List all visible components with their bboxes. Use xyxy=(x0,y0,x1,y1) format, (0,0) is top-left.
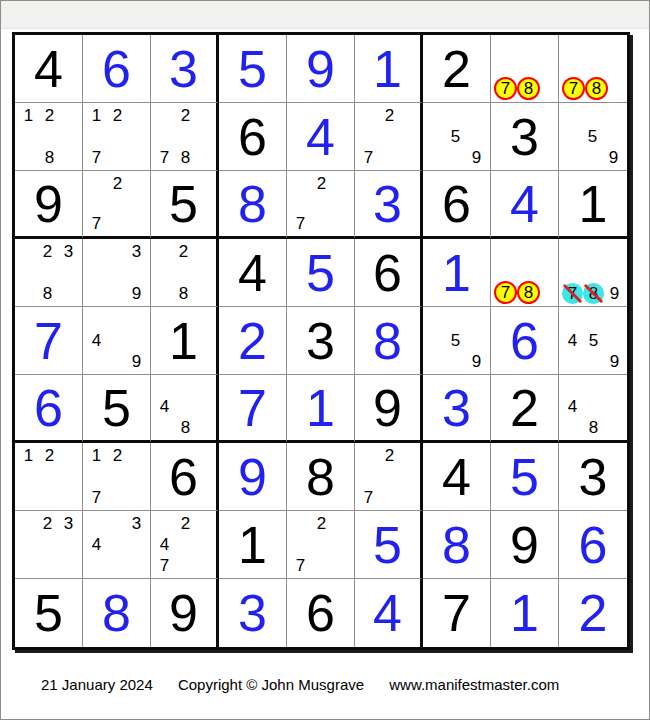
solved-digit: 1 xyxy=(423,239,490,306)
candidate-5: 5 xyxy=(582,126,603,147)
candidate-7-circled: 7 xyxy=(494,77,517,100)
cell-r6c9[interactable]: 48 xyxy=(559,375,627,443)
candidate-3: 3 xyxy=(126,513,147,534)
cell-r1c3[interactable]: 3 xyxy=(151,35,219,103)
candidate-8-circled: 8 xyxy=(517,77,540,100)
cell-r2c3[interactable]: 278 xyxy=(151,103,219,171)
cell-r6c8[interactable]: 2 xyxy=(491,375,559,443)
solved-digit: 3 xyxy=(219,579,286,647)
cell-r1c6[interactable]: 1 xyxy=(355,35,423,103)
cell-r1c2[interactable]: 6 xyxy=(83,35,151,103)
solved-digit: 3 xyxy=(151,35,216,102)
candidate-7: 7 xyxy=(358,487,379,508)
cell-r6c5[interactable]: 1 xyxy=(287,375,355,443)
given-digit: 4 xyxy=(15,35,82,102)
candidate-3: 3 xyxy=(126,241,147,262)
candidate-4: 4 xyxy=(562,396,583,417)
solved-digit: 5 xyxy=(491,443,558,510)
candidate-grid: 78 xyxy=(491,35,558,102)
candidate-grid: 27 xyxy=(287,511,354,578)
cell-r4c1[interactable]: 238 xyxy=(15,239,83,307)
candidate-8: 8 xyxy=(173,283,194,304)
candidate-grid: 23 xyxy=(15,511,82,578)
cell-r4c4[interactable]: 4 xyxy=(219,239,287,307)
cell-r4c7[interactable]: 1 xyxy=(423,239,491,307)
cell-r9c2[interactable]: 8 xyxy=(83,579,151,647)
cell-r5c6[interactable]: 8 xyxy=(355,307,423,375)
cell-r7c5[interactable]: 8 xyxy=(287,443,355,511)
candidate-grid: 789 xyxy=(559,239,627,306)
candidate-2: 2 xyxy=(379,105,400,126)
candidate-3: 3 xyxy=(58,513,79,534)
cell-r7c1[interactable]: 12 xyxy=(15,443,83,511)
footer-copyright: Copyright © John Musgrave xyxy=(178,676,364,693)
cell-r7c6[interactable]: 27 xyxy=(355,443,423,511)
candidate-7: 7 xyxy=(86,213,107,234)
given-digit: 9 xyxy=(151,579,216,647)
candidate-8: 8 xyxy=(175,147,196,168)
cell-r5c9[interactable]: 459 xyxy=(559,307,627,375)
cell-r8c3[interactable]: 247 xyxy=(151,511,219,579)
cell-r3c7[interactable]: 6 xyxy=(423,171,491,239)
solved-digit: 4 xyxy=(355,579,420,647)
solved-digit: 1 xyxy=(355,35,420,102)
candidate-grid: 48 xyxy=(559,375,627,440)
candidate-2: 2 xyxy=(37,513,58,534)
candidate-9: 9 xyxy=(604,351,625,372)
candidate-grid: 59 xyxy=(423,103,490,170)
candidate-2: 2 xyxy=(39,105,60,126)
candidate-7: 7 xyxy=(290,555,311,576)
candidate-9: 9 xyxy=(126,351,147,372)
cell-r6c4[interactable]: 7 xyxy=(219,375,287,443)
candidate-4: 4 xyxy=(154,534,175,555)
given-digit: 1 xyxy=(559,171,627,236)
cell-r3c4[interactable]: 8 xyxy=(219,171,287,239)
candidate-1: 1 xyxy=(86,445,107,466)
candidate-grid: 127 xyxy=(83,103,150,170)
cell-r3c9[interactable]: 1 xyxy=(559,171,627,239)
candidate-8-circled: 8 xyxy=(517,281,540,304)
candidate-1: 1 xyxy=(18,105,39,126)
given-digit: 4 xyxy=(219,239,286,306)
solved-digit: 4 xyxy=(287,103,354,170)
solved-digit: 2 xyxy=(559,579,627,647)
given-digit: 7 xyxy=(423,579,490,647)
candidate-2: 2 xyxy=(173,241,194,262)
candidate-grid: 28 xyxy=(151,239,216,306)
solved-digit: 8 xyxy=(219,171,286,236)
candidate-2: 2 xyxy=(107,445,128,466)
solved-digit: 9 xyxy=(287,35,354,102)
cell-r9c9[interactable]: 2 xyxy=(559,579,627,647)
solved-digit: 7 xyxy=(219,375,286,440)
cell-r7c8[interactable]: 5 xyxy=(491,443,559,511)
candidate-grid: 12 xyxy=(15,443,82,510)
cell-r9c5[interactable]: 6 xyxy=(287,579,355,647)
cell-r6c1[interactable]: 6 xyxy=(15,375,83,443)
candidate-7-eliminated: 7 xyxy=(562,283,583,304)
cell-r3c1[interactable]: 9 xyxy=(15,171,83,239)
cell-r8c7[interactable]: 8 xyxy=(423,511,491,579)
given-digit: 5 xyxy=(151,171,216,236)
cell-r6c7[interactable]: 3 xyxy=(423,375,491,443)
candidate-2: 2 xyxy=(311,513,332,534)
cell-r4c2[interactable]: 39 xyxy=(83,239,151,307)
given-digit: 5 xyxy=(83,375,150,440)
cell-r5c1[interactable]: 7 xyxy=(15,307,83,375)
cell-r8c5[interactable]: 27 xyxy=(287,511,355,579)
cell-r8c4[interactable]: 1 xyxy=(219,511,287,579)
cell-r5c7[interactable]: 59 xyxy=(423,307,491,375)
cell-r4c9[interactable]: 789 xyxy=(559,239,627,307)
candidate-4: 4 xyxy=(154,396,175,417)
candidate-8-circled: 8 xyxy=(585,77,608,100)
cell-r3c6[interactable]: 3 xyxy=(355,171,423,239)
cell-r9c8[interactable]: 1 xyxy=(491,579,559,647)
given-digit: 9 xyxy=(15,171,82,236)
given-digit: 6 xyxy=(355,239,420,306)
solved-digit: 8 xyxy=(355,307,420,374)
cell-r1c4[interactable]: 5 xyxy=(219,35,287,103)
given-digit: 6 xyxy=(219,103,286,170)
given-digit: 4 xyxy=(423,443,490,510)
cell-r6c6[interactable]: 9 xyxy=(355,375,423,443)
cell-r8c9[interactable]: 6 xyxy=(559,511,627,579)
candidate-grid: 59 xyxy=(559,103,627,170)
cell-r4c8[interactable]: 78 xyxy=(491,239,559,307)
candidate-grid: 48 xyxy=(151,375,216,440)
solved-digit: 3 xyxy=(423,375,490,440)
candidate-1: 1 xyxy=(18,445,39,466)
given-digit: 6 xyxy=(287,579,354,647)
candidate-7: 7 xyxy=(290,213,311,234)
cell-r5c4[interactable]: 2 xyxy=(219,307,287,375)
candidate-7-circled: 7 xyxy=(562,77,585,100)
given-digit: 5 xyxy=(15,579,82,647)
given-digit: 1 xyxy=(151,307,216,374)
candidate-8: 8 xyxy=(37,283,58,304)
candidate-grid: 78 xyxy=(559,35,627,102)
candidate-9: 9 xyxy=(126,283,147,304)
candidate-2: 2 xyxy=(175,513,196,534)
cell-r2c1[interactable]: 128 xyxy=(15,103,83,171)
candidate-2: 2 xyxy=(175,105,196,126)
cell-r5c5[interactable]: 3 xyxy=(287,307,355,375)
given-digit: 9 xyxy=(491,511,558,578)
given-digit: 2 xyxy=(491,375,558,440)
candidate-2: 2 xyxy=(107,105,128,126)
candidate-grid: 128 xyxy=(15,103,82,170)
footer-website: www.manifestmaster.com xyxy=(389,676,559,693)
candidate-9: 9 xyxy=(603,147,624,168)
cell-r6c2[interactable]: 5 xyxy=(83,375,151,443)
candidate-3: 3 xyxy=(58,241,79,262)
candidate-grid: 459 xyxy=(559,307,627,374)
cell-r8c1[interactable]: 23 xyxy=(15,511,83,579)
solved-digit: 5 xyxy=(287,239,354,306)
candidate-7: 7 xyxy=(86,487,107,508)
cell-r9c6[interactable]: 4 xyxy=(355,579,423,647)
cell-r2c7[interactable]: 59 xyxy=(423,103,491,171)
cell-r1c1[interactable]: 4 xyxy=(15,35,83,103)
cell-r1c9[interactable]: 78 xyxy=(559,35,627,103)
solved-digit: 6 xyxy=(559,511,627,578)
cell-r4c3[interactable]: 28 xyxy=(151,239,219,307)
candidate-grid: 238 xyxy=(15,239,82,306)
given-digit: 2 xyxy=(423,35,490,102)
cell-r7c9[interactable]: 3 xyxy=(559,443,627,511)
cell-r2c2[interactable]: 127 xyxy=(83,103,151,171)
candidate-9: 9 xyxy=(466,147,487,168)
cell-r5c3[interactable]: 1 xyxy=(151,307,219,375)
solved-digit: 4 xyxy=(491,171,558,236)
candidate-4: 4 xyxy=(86,534,107,555)
given-digit: 6 xyxy=(423,171,490,236)
given-digit: 8 xyxy=(287,443,354,510)
candidate-7: 7 xyxy=(86,147,107,168)
candidate-8: 8 xyxy=(39,147,60,168)
cell-r1c5[interactable]: 9 xyxy=(287,35,355,103)
candidate-grid: 247 xyxy=(151,511,216,578)
candidate-1: 1 xyxy=(86,105,107,126)
sudoku-grid: 4635912787812812727864275935992758273641… xyxy=(12,32,630,650)
solved-digit: 9 xyxy=(219,443,286,510)
solved-digit: 1 xyxy=(287,375,354,440)
candidate-2: 2 xyxy=(311,173,332,194)
solved-digit: 5 xyxy=(355,511,420,578)
candidate-4: 4 xyxy=(562,330,583,351)
cell-r5c8[interactable]: 6 xyxy=(491,307,559,375)
candidate-8: 8 xyxy=(583,417,604,438)
given-digit: 9 xyxy=(355,375,420,440)
cell-r7c3[interactable]: 6 xyxy=(151,443,219,511)
candidate-grid: 49 xyxy=(83,307,150,374)
candidate-2: 2 xyxy=(379,445,400,466)
cell-r8c6[interactable]: 5 xyxy=(355,511,423,579)
candidate-grid: 127 xyxy=(83,443,150,510)
cell-r3c2[interactable]: 27 xyxy=(83,171,151,239)
cell-r6c3[interactable]: 48 xyxy=(151,375,219,443)
candidate-7-circled: 7 xyxy=(494,281,517,304)
cell-r4c5[interactable]: 5 xyxy=(287,239,355,307)
cell-r1c8[interactable]: 78 xyxy=(491,35,559,103)
candidate-7: 7 xyxy=(154,555,175,576)
cell-r7c7[interactable]: 4 xyxy=(423,443,491,511)
candidate-9: 9 xyxy=(466,351,487,372)
candidate-grid: 59 xyxy=(423,307,490,374)
candidate-9: 9 xyxy=(604,283,625,304)
cell-r2c6[interactable]: 27 xyxy=(355,103,423,171)
solved-digit: 7 xyxy=(15,307,82,374)
cell-r8c8[interactable]: 9 xyxy=(491,511,559,579)
candidate-5: 5 xyxy=(445,330,466,351)
candidate-8: 8 xyxy=(175,417,196,438)
cell-r3c3[interactable]: 5 xyxy=(151,171,219,239)
given-digit: 3 xyxy=(559,443,627,510)
cell-r9c1[interactable]: 5 xyxy=(15,579,83,647)
candidate-8-eliminated: 8 xyxy=(583,283,604,304)
solved-digit: 8 xyxy=(83,579,150,647)
cell-r7c4[interactable]: 9 xyxy=(219,443,287,511)
cell-r8c2[interactable]: 34 xyxy=(83,511,151,579)
candidate-4: 4 xyxy=(86,330,107,351)
candidate-grid: 27 xyxy=(355,103,420,170)
candidate-grid: 27 xyxy=(287,171,354,236)
cell-r7c2[interactable]: 127 xyxy=(83,443,151,511)
candidate-2: 2 xyxy=(37,241,58,262)
solved-digit: 2 xyxy=(219,307,286,374)
cell-r3c8[interactable]: 4 xyxy=(491,171,559,239)
given-digit: 1 xyxy=(219,511,286,578)
cell-r2c9[interactable]: 59 xyxy=(559,103,627,171)
given-digit: 3 xyxy=(287,307,354,374)
cell-r9c4[interactable]: 3 xyxy=(219,579,287,647)
candidate-7: 7 xyxy=(154,147,175,168)
candidate-7: 7 xyxy=(358,147,379,168)
solved-digit: 6 xyxy=(83,35,150,102)
candidate-grid: 27 xyxy=(83,171,150,236)
cell-r2c4[interactable]: 6 xyxy=(219,103,287,171)
solved-digit: 8 xyxy=(423,511,490,578)
candidate-5: 5 xyxy=(583,330,604,351)
footer-date: 21 January 2024 xyxy=(41,676,153,693)
solved-digit: 5 xyxy=(219,35,286,102)
candidate-2: 2 xyxy=(107,173,128,194)
cell-r2c5[interactable]: 4 xyxy=(287,103,355,171)
candidate-grid: 39 xyxy=(83,239,150,306)
solved-digit: 6 xyxy=(15,375,82,440)
solved-digit: 6 xyxy=(491,307,558,374)
cell-r9c3[interactable]: 9 xyxy=(151,579,219,647)
given-digit: 6 xyxy=(151,443,216,510)
candidate-grid: 27 xyxy=(355,443,420,510)
cell-r5c2[interactable]: 49 xyxy=(83,307,151,375)
window-top-band xyxy=(1,1,649,29)
candidate-grid: 78 xyxy=(491,239,558,306)
cell-r3c5[interactable]: 27 xyxy=(287,171,355,239)
given-digit: 3 xyxy=(491,103,558,170)
candidate-2: 2 xyxy=(39,445,60,466)
solved-digit: 3 xyxy=(355,171,420,236)
cell-r1c7[interactable]: 2 xyxy=(423,35,491,103)
candidate-grid: 34 xyxy=(83,511,150,578)
candidate-grid: 278 xyxy=(151,103,216,170)
candidate-5: 5 xyxy=(445,126,466,147)
cell-r9c7[interactable]: 7 xyxy=(423,579,491,647)
solved-digit: 1 xyxy=(491,579,558,647)
cell-r4c6[interactable]: 6 xyxy=(355,239,423,307)
cell-r2c8[interactable]: 3 xyxy=(491,103,559,171)
footer: 21 January 2024 Copyright © John Musgrav… xyxy=(41,676,559,693)
